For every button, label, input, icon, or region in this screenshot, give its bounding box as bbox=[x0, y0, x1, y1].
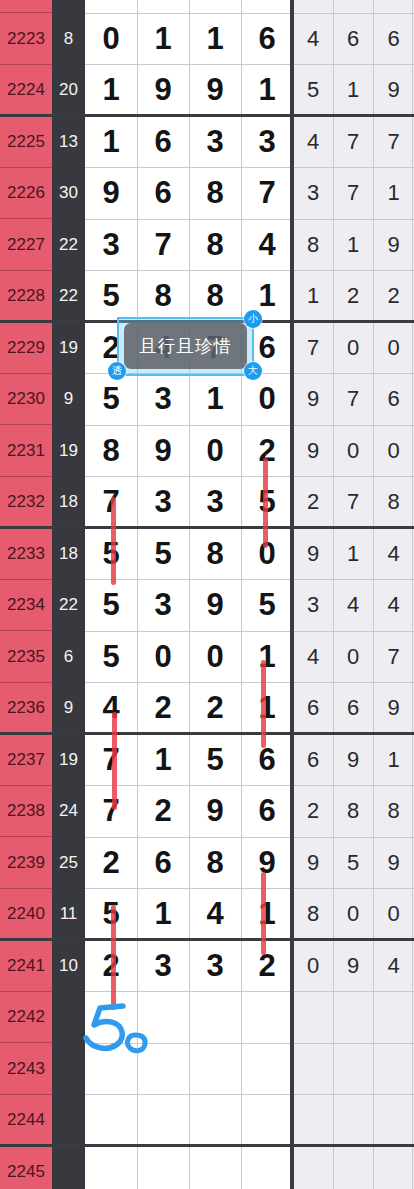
digit-cell bbox=[189, 991, 241, 1043]
digit-cell: 6 bbox=[137, 116, 189, 168]
trial-cell: 6 bbox=[373, 13, 414, 65]
period-cell: 2236 bbox=[0, 682, 52, 734]
period-cell: 2233 bbox=[0, 528, 52, 580]
digit-cell bbox=[241, 991, 293, 1043]
trial-cell: 7 bbox=[333, 116, 373, 168]
sum-cell: 18 bbox=[52, 528, 85, 580]
digit-cell: 2 bbox=[137, 785, 189, 837]
trial-cell: 9 bbox=[373, 682, 414, 734]
digit-cell: 8 bbox=[189, 219, 241, 271]
trial-cell: 4 bbox=[373, 579, 414, 631]
digit-cell: 4 bbox=[189, 888, 241, 940]
digit-cell: 6 bbox=[241, 734, 293, 786]
sum-cell: 9 bbox=[52, 373, 85, 425]
lottery-trend-chart-screen: 2223801164662224201991519222513163347722… bbox=[0, 0, 414, 1189]
digit-cell: 5 bbox=[85, 579, 137, 631]
digit-cell: 3 bbox=[85, 219, 137, 271]
digit-cell: 2 bbox=[241, 940, 293, 992]
handwritten-zero-stroke[interactable] bbox=[128, 1035, 146, 1051]
trial-cell: 6 bbox=[293, 682, 333, 734]
digit-cell: 9 bbox=[137, 64, 189, 116]
resize-smaller-handle[interactable]: 小 bbox=[244, 310, 262, 328]
trial-cell: 2 bbox=[293, 785, 333, 837]
trial-cell bbox=[293, 1094, 333, 1146]
trial-cell: 9 bbox=[293, 837, 333, 889]
note-box[interactable]: 且行且珍惜 bbox=[124, 323, 247, 369]
sum-cell: 11 bbox=[52, 888, 85, 940]
trend-line[interactable] bbox=[111, 497, 116, 585]
digit-cell bbox=[241, 1094, 293, 1146]
trial-cell: 8 bbox=[373, 785, 414, 837]
trial-cell bbox=[333, 1146, 373, 1189]
trial-cell: 5 bbox=[293, 64, 333, 116]
period-cell: 2223 bbox=[0, 13, 52, 65]
trial-cell: 2 bbox=[373, 270, 414, 322]
trial-cell: 6 bbox=[373, 373, 414, 425]
sum-cell: 24 bbox=[52, 785, 85, 837]
trial-cell: 0 bbox=[373, 322, 414, 374]
digit-cell: 8 bbox=[189, 528, 241, 580]
period-cell: 2225 bbox=[0, 116, 52, 168]
period-cell: 2229 bbox=[0, 322, 52, 374]
sum-cell: 19 bbox=[52, 734, 85, 786]
period-cell: 2231 bbox=[0, 425, 52, 477]
digit-cell: 0 bbox=[189, 425, 241, 477]
digit-cell: 1 bbox=[85, 116, 137, 168]
period-cell: 2242 bbox=[0, 991, 52, 1043]
digit-cell: 7 bbox=[137, 219, 189, 271]
digit-cell bbox=[241, 1043, 293, 1095]
trial-cell: 9 bbox=[293, 373, 333, 425]
sum-cell: 30 bbox=[52, 167, 85, 219]
sum-cell: 9 bbox=[52, 682, 85, 734]
digit-cell: 8 bbox=[85, 425, 137, 477]
trial-cell: 3 bbox=[293, 579, 333, 631]
trial-cell bbox=[293, 1146, 333, 1189]
digit-cell: 5 bbox=[85, 631, 137, 683]
period-cell: 2227 bbox=[0, 219, 52, 271]
trial-cell: 1 bbox=[333, 219, 373, 271]
digit-cell: 3 bbox=[137, 373, 189, 425]
trial-cell: 5 bbox=[333, 837, 373, 889]
trial-cell: 7 bbox=[333, 167, 373, 219]
period-cell: 2235 bbox=[0, 631, 52, 683]
trial-cell: 9 bbox=[333, 940, 373, 992]
trial-cell: 0 bbox=[333, 425, 373, 477]
trend-line[interactable] bbox=[261, 872, 266, 955]
trial-cell: 7 bbox=[333, 476, 373, 528]
digit-cell: 9 bbox=[189, 64, 241, 116]
sum-cell bbox=[52, 1094, 85, 1146]
trial-cell bbox=[373, 991, 414, 1043]
trial-cell bbox=[333, 1094, 373, 1146]
digit-cell: 3 bbox=[189, 476, 241, 528]
trial-cell: 9 bbox=[373, 837, 414, 889]
digit-cell: 6 bbox=[241, 785, 293, 837]
digit-cell: 6 bbox=[137, 167, 189, 219]
digit-cell: 1 bbox=[241, 64, 293, 116]
trial-cell: 8 bbox=[293, 888, 333, 940]
digit-cell: 1 bbox=[137, 888, 189, 940]
trend-line[interactable] bbox=[263, 458, 268, 548]
period-cell: 2230 bbox=[0, 373, 52, 425]
period-cell: 2226 bbox=[0, 167, 52, 219]
digit-cell: 7 bbox=[241, 167, 293, 219]
trial-cell: 9 bbox=[373, 64, 414, 116]
trial-cell: 4 bbox=[333, 579, 373, 631]
digit-cell: 3 bbox=[137, 476, 189, 528]
sum-cell: 20 bbox=[52, 64, 85, 116]
digit-cell: 9 bbox=[189, 579, 241, 631]
digit-cell: 8 bbox=[189, 837, 241, 889]
digit-cell: 3 bbox=[189, 116, 241, 168]
digit-cell: 3 bbox=[137, 940, 189, 992]
trial-cell: 0 bbox=[373, 425, 414, 477]
digit-cell: 3 bbox=[189, 940, 241, 992]
digit-cell: 2 bbox=[189, 682, 241, 734]
trial-cell: 0 bbox=[333, 631, 373, 683]
digit-cell: 3 bbox=[241, 116, 293, 168]
trial-cell: 0 bbox=[373, 888, 414, 940]
period-cell: 2239 bbox=[0, 837, 52, 889]
digit-cell: 3 bbox=[137, 579, 189, 631]
trial-cell bbox=[333, 1043, 373, 1095]
sum-cell: 22 bbox=[52, 270, 85, 322]
period-cell: 2224 bbox=[0, 64, 52, 116]
trial-cell: 4 bbox=[293, 116, 333, 168]
digit-cell bbox=[137, 1094, 189, 1146]
trial-cell: 0 bbox=[333, 888, 373, 940]
trial-cell: 8 bbox=[293, 219, 333, 271]
trial-cell: 4 bbox=[293, 13, 333, 65]
trial-cell: 0 bbox=[333, 322, 373, 374]
trend-line[interactable] bbox=[112, 712, 117, 810]
trend-line[interactable] bbox=[261, 660, 266, 748]
handwritten-note-50[interactable] bbox=[78, 993, 160, 1061]
digit-cell: 0 bbox=[137, 631, 189, 683]
digit-cell: 8 bbox=[189, 270, 241, 322]
period-cell: 2237 bbox=[0, 734, 52, 786]
period-cell: 2228 bbox=[0, 270, 52, 322]
period-cell: 2234 bbox=[0, 579, 52, 631]
trial-cell: 2 bbox=[333, 270, 373, 322]
period-cell: 2240 bbox=[0, 888, 52, 940]
trial-cell: 1 bbox=[373, 167, 414, 219]
digit-cell: 0 bbox=[85, 13, 137, 65]
trial-cell: 9 bbox=[373, 219, 414, 271]
trial-cell: 0 bbox=[293, 940, 333, 992]
resize-larger-handle[interactable]: 大 bbox=[244, 362, 262, 380]
digit-cell: 1 bbox=[137, 13, 189, 65]
digit-cell bbox=[189, 1043, 241, 1095]
digit-cell: 9 bbox=[137, 425, 189, 477]
digit-cell: 5 bbox=[241, 579, 293, 631]
digit-cell: 8 bbox=[189, 167, 241, 219]
trial-cell: 7 bbox=[373, 631, 414, 683]
digit-cell: 1 bbox=[189, 373, 241, 425]
trial-cell: 6 bbox=[333, 13, 373, 65]
digit-cell: 5 bbox=[85, 270, 137, 322]
digit-cell bbox=[241, 1146, 293, 1189]
trial-cell: 1 bbox=[293, 270, 333, 322]
trial-cell: 9 bbox=[333, 734, 373, 786]
trial-cell: 3 bbox=[293, 167, 333, 219]
sum-cell bbox=[52, 1146, 85, 1189]
trial-cell: 1 bbox=[333, 64, 373, 116]
digit-cell: 2 bbox=[85, 837, 137, 889]
trial-cell: 1 bbox=[333, 528, 373, 580]
digit-cell: 1 bbox=[189, 13, 241, 65]
trial-cell: 4 bbox=[373, 528, 414, 580]
digit-cell: 0 bbox=[189, 631, 241, 683]
digit-cell: 5 bbox=[85, 373, 137, 425]
digit-cell: 4 bbox=[241, 219, 293, 271]
trial-cell: 8 bbox=[333, 785, 373, 837]
trial-cell bbox=[293, 991, 333, 1043]
trial-cell: 7 bbox=[333, 373, 373, 425]
sum-cell: 19 bbox=[52, 322, 85, 374]
sum-cell: 18 bbox=[52, 476, 85, 528]
trial-cell: 4 bbox=[373, 940, 414, 992]
sum-cell: 22 bbox=[52, 219, 85, 271]
digit-cell: 8 bbox=[137, 270, 189, 322]
digit-cell bbox=[189, 1094, 241, 1146]
digit-cell: 5 bbox=[189, 734, 241, 786]
trial-cell: 6 bbox=[333, 682, 373, 734]
handwritten-five-stroke[interactable] bbox=[86, 1006, 123, 1048]
sum-cell: 22 bbox=[52, 579, 85, 631]
trial-cell: 1 bbox=[373, 734, 414, 786]
period-cell: 2243 bbox=[0, 1043, 52, 1095]
trial-cell: 6 bbox=[293, 734, 333, 786]
digit-cell: 0 bbox=[241, 373, 293, 425]
digit-cell bbox=[85, 1094, 137, 1146]
period-cell: 2244 bbox=[0, 1094, 52, 1146]
trial-cell bbox=[373, 1043, 414, 1095]
digit-cell: 1 bbox=[241, 888, 293, 940]
digit-cell bbox=[85, 1146, 137, 1189]
period-cell: 2232 bbox=[0, 476, 52, 528]
digit-cell: 1 bbox=[241, 631, 293, 683]
period-cell: 2238 bbox=[0, 785, 52, 837]
trial-cell: 9 bbox=[293, 425, 333, 477]
sum-cell: 10 bbox=[52, 940, 85, 992]
digit-cell: 6 bbox=[241, 13, 293, 65]
digit-cell bbox=[189, 1146, 241, 1189]
trial-cell: 4 bbox=[293, 631, 333, 683]
trial-cell bbox=[333, 991, 373, 1043]
digit-cell: 9 bbox=[241, 837, 293, 889]
digit-cell: 1 bbox=[85, 64, 137, 116]
sum-cell: 13 bbox=[52, 116, 85, 168]
sum-cell: 25 bbox=[52, 837, 85, 889]
period-cell: 2245 bbox=[0, 1146, 52, 1189]
trial-cell: 9 bbox=[293, 528, 333, 580]
digit-cell: 9 bbox=[85, 167, 137, 219]
digit-cell: 2 bbox=[137, 682, 189, 734]
trial-cell: 8 bbox=[373, 476, 414, 528]
period-cell: 2241 bbox=[0, 940, 52, 992]
sum-cell: 6 bbox=[52, 631, 85, 683]
trial-cell bbox=[373, 1094, 414, 1146]
trial-cell bbox=[293, 1043, 333, 1095]
trial-cell bbox=[373, 1146, 414, 1189]
digit-cell bbox=[137, 1146, 189, 1189]
digit-cell: 6 bbox=[137, 837, 189, 889]
transparency-handle[interactable]: 透 bbox=[108, 362, 126, 380]
sum-cell: 8 bbox=[52, 13, 85, 65]
trial-cell: 7 bbox=[293, 322, 333, 374]
digit-cell: 1 bbox=[241, 682, 293, 734]
sum-cell: 19 bbox=[52, 425, 85, 477]
digit-cell: 5 bbox=[137, 528, 189, 580]
trial-cell: 2 bbox=[293, 476, 333, 528]
digit-cell: 9 bbox=[189, 785, 241, 837]
trial-cell: 7 bbox=[373, 116, 414, 168]
digit-cell: 1 bbox=[137, 734, 189, 786]
